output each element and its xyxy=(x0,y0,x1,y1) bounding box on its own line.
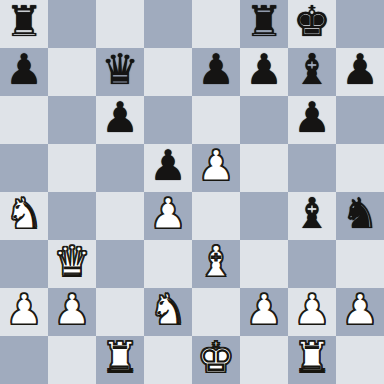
square-e3[interactable]: ♝ xyxy=(192,240,240,288)
square-h8[interactable] xyxy=(336,0,384,48)
square-b7[interactable] xyxy=(48,48,96,96)
black-knight[interactable]: ♞ xyxy=(341,190,379,238)
square-a1[interactable] xyxy=(0,336,48,384)
square-b4[interactable] xyxy=(48,192,96,240)
white-knight[interactable]: ♞ xyxy=(149,286,187,334)
square-d4[interactable]: ♟ xyxy=(144,192,192,240)
white-pawn[interactable]: ♟ xyxy=(293,286,331,334)
square-g3[interactable] xyxy=(288,240,336,288)
white-queen[interactable]: ♛ xyxy=(53,238,91,286)
square-e5[interactable]: ♟ xyxy=(192,144,240,192)
square-e2[interactable] xyxy=(192,288,240,336)
square-e1[interactable]: ♚ xyxy=(192,336,240,384)
square-h2[interactable]: ♟ xyxy=(336,288,384,336)
square-g5[interactable] xyxy=(288,144,336,192)
white-pawn[interactable]: ♟ xyxy=(197,142,235,190)
black-pawn[interactable]: ♟ xyxy=(149,142,187,190)
square-f2[interactable]: ♟ xyxy=(240,288,288,336)
black-pawn[interactable]: ♟ xyxy=(245,46,283,94)
square-b5[interactable] xyxy=(48,144,96,192)
black-bishop[interactable]: ♝ xyxy=(293,190,331,238)
white-rook[interactable]: ♜ xyxy=(101,334,139,382)
square-h5[interactable] xyxy=(336,144,384,192)
square-d3[interactable] xyxy=(144,240,192,288)
black-rook[interactable]: ♜ xyxy=(5,0,43,46)
white-rook[interactable]: ♜ xyxy=(293,334,331,382)
black-pawn[interactable]: ♟ xyxy=(197,46,235,94)
square-a4[interactable]: ♞ xyxy=(0,192,48,240)
square-f4[interactable] xyxy=(240,192,288,240)
white-pawn[interactable]: ♟ xyxy=(245,286,283,334)
square-b1[interactable] xyxy=(48,336,96,384)
black-queen[interactable]: ♛ xyxy=(101,46,139,94)
square-h1[interactable] xyxy=(336,336,384,384)
square-f7[interactable]: ♟ xyxy=(240,48,288,96)
square-g1[interactable]: ♜ xyxy=(288,336,336,384)
black-bishop[interactable]: ♝ xyxy=(293,46,331,94)
square-h3[interactable] xyxy=(336,240,384,288)
white-king[interactable]: ♚ xyxy=(197,334,235,382)
white-bishop[interactable]: ♝ xyxy=(197,238,235,286)
square-f6[interactable] xyxy=(240,96,288,144)
square-h6[interactable] xyxy=(336,96,384,144)
chess-board: ♜♜♚♟♛♟♟♝♟♟♟♟♟♞♟♝♞♛♝♟♟♞♟♟♟♜♚♜ xyxy=(0,0,384,384)
white-pawn[interactable]: ♟ xyxy=(149,190,187,238)
white-pawn[interactable]: ♟ xyxy=(341,286,379,334)
square-b2[interactable]: ♟ xyxy=(48,288,96,336)
square-d5[interactable]: ♟ xyxy=(144,144,192,192)
square-d7[interactable] xyxy=(144,48,192,96)
square-a5[interactable] xyxy=(0,144,48,192)
square-e6[interactable] xyxy=(192,96,240,144)
black-pawn[interactable]: ♟ xyxy=(293,94,331,142)
square-f8[interactable]: ♜ xyxy=(240,0,288,48)
white-pawn[interactable]: ♟ xyxy=(5,286,43,334)
square-g7[interactable]: ♝ xyxy=(288,48,336,96)
square-a2[interactable]: ♟ xyxy=(0,288,48,336)
square-d2[interactable]: ♞ xyxy=(144,288,192,336)
black-pawn[interactable]: ♟ xyxy=(5,46,43,94)
square-b3[interactable]: ♛ xyxy=(48,240,96,288)
square-d1[interactable] xyxy=(144,336,192,384)
square-c6[interactable]: ♟ xyxy=(96,96,144,144)
square-c2[interactable] xyxy=(96,288,144,336)
black-pawn[interactable]: ♟ xyxy=(101,94,139,142)
square-a8[interactable]: ♜ xyxy=(0,0,48,48)
square-c4[interactable] xyxy=(96,192,144,240)
square-h4[interactable]: ♞ xyxy=(336,192,384,240)
square-c7[interactable]: ♛ xyxy=(96,48,144,96)
square-c8[interactable] xyxy=(96,0,144,48)
square-c1[interactable]: ♜ xyxy=(96,336,144,384)
square-g8[interactable]: ♚ xyxy=(288,0,336,48)
square-b6[interactable] xyxy=(48,96,96,144)
black-pawn[interactable]: ♟ xyxy=(341,46,379,94)
square-a7[interactable]: ♟ xyxy=(0,48,48,96)
square-a3[interactable] xyxy=(0,240,48,288)
black-rook[interactable]: ♜ xyxy=(245,0,283,46)
square-e8[interactable] xyxy=(192,0,240,48)
square-c3[interactable] xyxy=(96,240,144,288)
white-pawn[interactable]: ♟ xyxy=(53,286,91,334)
white-knight[interactable]: ♞ xyxy=(5,190,43,238)
square-g6[interactable]: ♟ xyxy=(288,96,336,144)
black-king[interactable]: ♚ xyxy=(293,0,331,46)
square-f3[interactable] xyxy=(240,240,288,288)
square-c5[interactable] xyxy=(96,144,144,192)
square-b8[interactable] xyxy=(48,0,96,48)
square-a6[interactable] xyxy=(0,96,48,144)
square-f5[interactable] xyxy=(240,144,288,192)
square-g4[interactable]: ♝ xyxy=(288,192,336,240)
square-e7[interactable]: ♟ xyxy=(192,48,240,96)
square-f1[interactable] xyxy=(240,336,288,384)
square-d6[interactable] xyxy=(144,96,192,144)
square-g2[interactable]: ♟ xyxy=(288,288,336,336)
square-d8[interactable] xyxy=(144,0,192,48)
square-h7[interactable]: ♟ xyxy=(336,48,384,96)
square-e4[interactable] xyxy=(192,192,240,240)
